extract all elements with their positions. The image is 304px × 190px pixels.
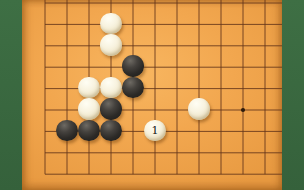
stone-white-d5[interactable]: [100, 77, 122, 99]
stone-white-d7[interactable]: [100, 34, 122, 56]
stone-white-c5[interactable]: [78, 77, 100, 99]
stone-black-e5[interactable]: [122, 77, 144, 99]
stone-black-c3[interactable]: [78, 120, 100, 142]
stone-black-d3[interactable]: [100, 120, 122, 142]
stone-black-d4[interactable]: [100, 98, 122, 120]
move-number-label: 1: [152, 125, 159, 136]
stone-white-d8[interactable]: [100, 13, 122, 35]
go-diagram-scene: 1: [0, 0, 304, 190]
stone-black-b3[interactable]: [56, 120, 78, 142]
stone-black-e6[interactable]: [122, 55, 144, 77]
stone-white-h4[interactable]: [188, 98, 210, 120]
stone-white-f3[interactable]: 1: [144, 120, 166, 142]
stone-white-c4[interactable]: [78, 98, 100, 120]
stones-layer: 1: [34, 0, 276, 185]
go-board[interactable]: 1: [22, 0, 282, 190]
